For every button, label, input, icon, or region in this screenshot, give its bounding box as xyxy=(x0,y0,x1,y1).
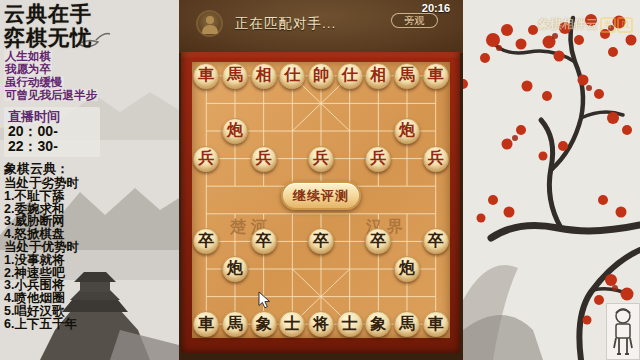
board-cell[interactable] xyxy=(421,200,450,228)
xiangqi-piece-black[interactable]: 車 xyxy=(423,311,449,337)
board-cell[interactable]: 卒 xyxy=(307,228,336,256)
board-cell[interactable] xyxy=(393,145,422,173)
board-cell[interactable]: 卒 xyxy=(421,228,450,256)
board-cell[interactable] xyxy=(421,117,450,145)
board-cell[interactable] xyxy=(393,172,422,200)
schedule-time-2: 22：30- xyxy=(8,139,96,154)
xiangqi-game-window: 正在匹配对手... 20:16 旁观 楚河 汉界 車馬相仕帥仕相馬車炮炮兵兵兵兵… xyxy=(179,0,463,360)
board-cell[interactable] xyxy=(249,117,278,145)
board-cell[interactable] xyxy=(278,90,307,118)
board-cell[interactable]: 卒 xyxy=(364,228,393,256)
xiangqi-piece-black[interactable]: 士 xyxy=(279,311,305,337)
board-cell[interactable]: 馬 xyxy=(221,62,250,90)
board-cell[interactable]: 仕 xyxy=(278,62,307,90)
board-cell[interactable] xyxy=(335,228,364,256)
xiangqi-piece-black[interactable]: 将 xyxy=(308,311,334,337)
board-cell[interactable] xyxy=(221,145,250,173)
continue-evaluation-button[interactable]: 继续评测 xyxy=(281,181,361,210)
stream-schedule-box: 直播时间 20：00- 22：30- xyxy=(4,107,100,157)
mascot-sticker xyxy=(606,303,640,360)
stream-side-text: 云典在手 弈棋无忧 人生如棋 我愿为卒 虽行动缓慢 可曾见我后退半步 直播时间 … xyxy=(4,2,178,331)
xiangqi-piece-red[interactable]: 相 xyxy=(365,63,391,89)
match-header: 正在匹配对手... 20:16 旁观 xyxy=(179,0,463,53)
watermark-text: 象棋相伴云 xyxy=(538,16,598,33)
board-cell[interactable] xyxy=(393,283,422,311)
opponent-avatar[interactable] xyxy=(196,10,223,37)
board-cell[interactable]: 兵 xyxy=(249,145,278,173)
xiangqi-piece-black[interactable]: 馬 xyxy=(394,311,420,337)
xiangqi-piece-black[interactable]: 卒 xyxy=(308,228,334,254)
watermark-logo: 当 贝 xyxy=(600,17,633,33)
xiangqi-piece-black[interactable]: 車 xyxy=(193,311,219,337)
stream-title-line2: 弈棋无忧 xyxy=(4,26,178,50)
board-cell[interactable] xyxy=(221,228,250,256)
board-cell[interactable]: 象 xyxy=(364,310,393,338)
tips-title: 象棋云典： xyxy=(4,161,178,177)
motto-line: 我愿为卒 xyxy=(4,63,178,76)
stream-left-panel: 云典在手 弈棋无忧 人生如棋 我愿为卒 虽行动缓慢 可曾见我后退半步 直播时间 … xyxy=(0,0,179,360)
stream-title-line1: 云典在手 xyxy=(4,2,178,26)
board-cell[interactable] xyxy=(221,172,250,200)
xiangqi-piece-red[interactable]: 炮 xyxy=(222,118,248,144)
board-cell[interactable]: 帥 xyxy=(307,62,336,90)
board-cell[interactable] xyxy=(307,117,336,145)
board-cell[interactable] xyxy=(364,200,393,228)
board-cell[interactable] xyxy=(249,200,278,228)
board-cell[interactable] xyxy=(192,255,221,283)
board-cell[interactable] xyxy=(335,145,364,173)
board-cell[interactable] xyxy=(192,172,221,200)
board-cell[interactable] xyxy=(307,283,336,311)
board-cell[interactable]: 炮 xyxy=(221,117,250,145)
avatar-person-icon xyxy=(202,25,218,34)
board-cell[interactable] xyxy=(393,200,422,228)
board-cell[interactable] xyxy=(249,90,278,118)
pawn-mascot-icon xyxy=(607,304,639,359)
board-cell[interactable] xyxy=(421,255,450,283)
board-cell[interactable]: 仕 xyxy=(335,62,364,90)
board-cell[interactable] xyxy=(364,283,393,311)
board-cell[interactable]: 象 xyxy=(249,310,278,338)
board-cell[interactable] xyxy=(221,90,250,118)
xiangqi-piece-red[interactable]: 仕 xyxy=(279,63,305,89)
schedule-time-1: 20：00- xyxy=(8,124,96,139)
xiangqi-piece-red[interactable]: 相 xyxy=(251,63,277,89)
board-cell[interactable]: 将 xyxy=(307,310,336,338)
xiangqi-piece-black[interactable]: 象 xyxy=(365,311,391,337)
board-cell[interactable] xyxy=(278,145,307,173)
board-cell[interactable] xyxy=(335,90,364,118)
xiangqi-piece-black[interactable]: 馬 xyxy=(222,311,248,337)
xiangqi-piece-red[interactable]: 兵 xyxy=(365,146,391,172)
spectate-button[interactable]: 旁观 xyxy=(391,13,438,28)
xiangqi-piece-red[interactable]: 馬 xyxy=(394,63,420,89)
board-cell[interactable] xyxy=(278,117,307,145)
xiangqi-piece-black[interactable]: 士 xyxy=(337,311,363,337)
board-cell[interactable] xyxy=(192,283,221,311)
board-cell[interactable]: 兵 xyxy=(364,145,393,173)
board-cell[interactable]: 卒 xyxy=(249,228,278,256)
board-cell[interactable] xyxy=(192,200,221,228)
board-cell[interactable] xyxy=(307,255,336,283)
xiangqi-piece-red[interactable]: 兵 xyxy=(251,146,277,172)
board-cell[interactable]: 相 xyxy=(364,62,393,90)
board-cell[interactable] xyxy=(364,172,393,200)
xiangqi-piece-red[interactable]: 炮 xyxy=(394,118,420,144)
xiangqi-piece-red[interactable]: 帥 xyxy=(308,63,334,89)
tip-item: 5.唱好汉歌 xyxy=(4,305,178,318)
schedule-label: 直播时间 xyxy=(8,109,96,124)
tips-section-header: 当处于劣势时 xyxy=(4,177,178,190)
board-cell[interactable]: 馬 xyxy=(393,310,422,338)
board-cell[interactable] xyxy=(421,172,450,200)
board-cell[interactable] xyxy=(278,255,307,283)
board-cell[interactable] xyxy=(364,117,393,145)
board-cell[interactable] xyxy=(364,90,393,118)
xiangqi-piece-black[interactable]: 炮 xyxy=(394,256,420,282)
board-cell[interactable]: 士 xyxy=(335,310,364,338)
channel-watermark: 象棋相伴云 当 贝 xyxy=(538,16,633,33)
board-cell[interactable]: 兵 xyxy=(421,145,450,173)
board-cell[interactable]: 馬 xyxy=(221,310,250,338)
xiangqi-piece-red[interactable]: 車 xyxy=(423,63,449,89)
board-cell[interactable] xyxy=(278,283,307,311)
board-cell[interactable]: 車 xyxy=(192,310,221,338)
board-cell[interactable] xyxy=(393,228,422,256)
xiangqi-piece-red[interactable]: 兵 xyxy=(193,146,219,172)
xiangqi-piece-black[interactable]: 炮 xyxy=(222,256,248,282)
tips-section-header: 当处于优势时 xyxy=(4,241,178,254)
motto-line: 人生如棋 xyxy=(4,50,178,63)
board-cell[interactable] xyxy=(335,117,364,145)
xiangqi-piece-black[interactable]: 象 xyxy=(251,311,277,337)
board-cell[interactable]: 兵 xyxy=(307,145,336,173)
xiangqi-piece-red[interactable]: 仕 xyxy=(337,63,363,89)
board-cell[interactable] xyxy=(307,90,336,118)
matching-status-text: 正在匹配对手... xyxy=(235,15,336,33)
xiangqi-piece-black[interactable]: 卒 xyxy=(365,228,391,254)
board-cell[interactable] xyxy=(364,255,393,283)
board-cell[interactable]: 相 xyxy=(249,62,278,90)
xiangqi-piece-black[interactable]: 卒 xyxy=(251,228,277,254)
motto-line: 虽行动缓慢 xyxy=(4,76,178,89)
stream-right-panel: 象棋相伴云 当 贝 xyxy=(463,0,640,360)
board-cell[interactable] xyxy=(421,90,450,118)
board-cell[interactable] xyxy=(249,255,278,283)
board-cell[interactable]: 炮 xyxy=(393,117,422,145)
xiangqi-piece-red[interactable]: 車 xyxy=(193,63,219,89)
board-cell[interactable] xyxy=(192,117,221,145)
board-cell[interactable]: 車 xyxy=(421,310,450,338)
tip-item: 1.没事就将 xyxy=(4,254,178,267)
board-cell[interactable]: 馬 xyxy=(393,62,422,90)
board-cell[interactable] xyxy=(221,283,250,311)
board-cell[interactable] xyxy=(192,90,221,118)
board-cell[interactable] xyxy=(393,90,422,118)
board-cell[interactable]: 兵 xyxy=(192,145,221,173)
board-cell[interactable]: 車 xyxy=(421,62,450,90)
avatar-person-icon xyxy=(206,16,214,24)
xiangqi-piece-black[interactable]: 卒 xyxy=(193,228,219,254)
xiangqi-piece-red[interactable]: 馬 xyxy=(222,63,248,89)
board-cell[interactable]: 炮 xyxy=(221,255,250,283)
mouse-cursor xyxy=(258,291,271,309)
board-cell[interactable]: 車 xyxy=(192,62,221,90)
board-cell[interactable] xyxy=(335,255,364,283)
xiangqi-board: 楚河 汉界 車馬相仕帥仕相馬車炮炮兵兵兵兵兵卒卒卒卒卒炮炮車馬象士将士象馬車 继… xyxy=(192,62,450,338)
xiangqi-piece-red[interactable]: 兵 xyxy=(423,146,449,172)
tip-item: 1.不耻下舔 xyxy=(4,190,178,203)
board-cell[interactable]: 卒 xyxy=(192,228,221,256)
board-frame: 楚河 汉界 車馬相仕帥仕相馬車炮炮兵兵兵兵兵卒卒卒卒卒炮炮車馬象士将士象馬車 继… xyxy=(181,52,460,353)
board-cell[interactable]: 炮 xyxy=(393,255,422,283)
tip-item: 6.上下五千年 xyxy=(4,318,178,331)
xiangqi-piece-black[interactable]: 卒 xyxy=(423,228,449,254)
motto-line: 可曾见我后退半步 xyxy=(4,89,178,102)
board-cell[interactable] xyxy=(221,200,250,228)
board-cell[interactable] xyxy=(249,172,278,200)
board-cell[interactable]: 士 xyxy=(278,310,307,338)
xiangqi-piece-red[interactable]: 兵 xyxy=(308,146,334,172)
board-cell[interactable] xyxy=(278,228,307,256)
board-cell[interactable] xyxy=(421,283,450,311)
board-cell[interactable] xyxy=(335,283,364,311)
